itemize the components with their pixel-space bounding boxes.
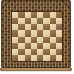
product-photo bbox=[0, 0, 74, 74]
chess-board bbox=[1, 0, 71, 68]
board-side-edge bbox=[0, 68, 72, 71]
square-h1[interactable] bbox=[56, 55, 62, 61]
playing-area bbox=[11, 11, 63, 62]
